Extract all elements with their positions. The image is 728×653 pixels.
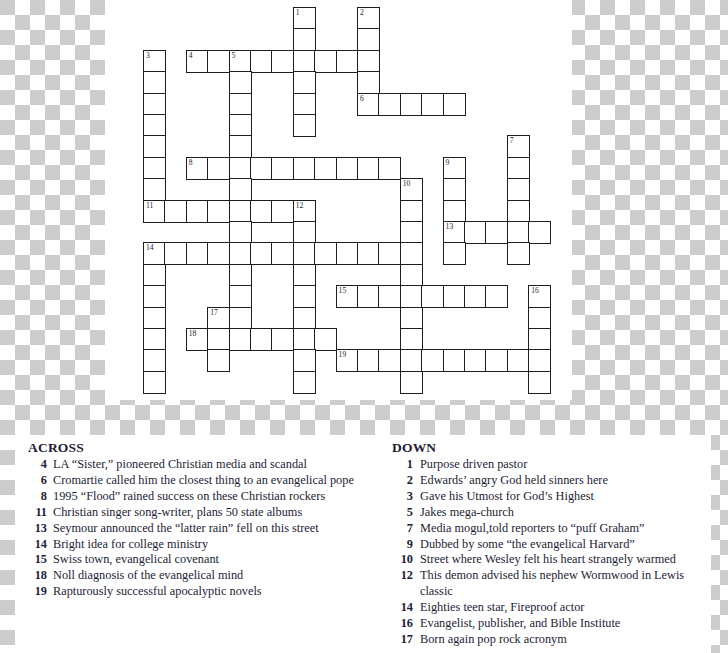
down-clue-2: 2Edwards’ angry God held sinners here [392,473,712,489]
grid-cell-r2c10[interactable] [357,50,380,73]
grid-cell-r6c17[interactable]: 7 [507,135,530,158]
across-clue-text: Christian singer song-writer, plans 50 s… [53,505,360,521]
grid-cell-r16c9[interactable]: 19 [336,349,359,372]
down-clue-number: 16 [392,616,413,632]
grid-cell-r17c7[interactable] [293,371,316,394]
grid-cell-r12c12[interactable] [400,264,423,287]
grid-cell-r11c7[interactable] [293,242,316,265]
across-clue-text: Seymour announced the “latter rain” fell… [53,521,360,537]
clue-number-13: 13 [446,222,454,231]
grid-cell-r7c3[interactable] [207,157,230,180]
grid-cell-r16c15[interactable] [464,349,487,372]
grid-cell-r11c4[interactable] [229,242,252,265]
down-clue-1: 1Purpose driven pastor [392,457,712,473]
grid-cell-r10c14[interactable]: 13 [443,221,466,244]
grid-cell-r15c18[interactable] [528,328,551,351]
down-clue-number: 7 [392,521,413,537]
grid-cell-r9c6[interactable] [271,200,294,223]
grid-cell-r10c16[interactable] [485,221,508,244]
grid-cell-r15c2[interactable]: 18 [186,328,209,351]
grid-cell-r13c18[interactable]: 16 [528,285,551,308]
grid-cell-r16c12[interactable] [400,349,423,372]
clue-number-7: 7 [510,136,514,145]
grid-cell-r16c10[interactable] [357,349,380,372]
grid-cell-r11c1[interactable] [164,242,187,265]
grid-cell-r14c12[interactable] [400,307,423,330]
down-clue-number: 17 [392,632,413,648]
grid-cell-r4c7[interactable] [293,93,316,116]
grid-cell-r7c9[interactable] [336,157,359,180]
clue-number-15: 15 [339,286,347,295]
across-clue-number: 4 [28,457,47,473]
grid-cell-r5c4[interactable] [229,114,252,137]
clue-number-14: 14 [146,243,154,252]
clue-number-6: 6 [360,94,364,103]
grid-cell-r11c2[interactable] [186,242,209,265]
grid-cell-r9c17[interactable] [507,200,530,223]
down-clue-16: 16Evangelist, publisher, and Bible Insti… [392,616,712,632]
grid-cell-r15c0[interactable] [143,328,166,351]
clue-number-3: 3 [146,51,150,60]
clue-number-18: 18 [189,329,197,338]
across-clue-text: LA “Sister,” pioneered Christian media a… [53,457,360,473]
across-clue-number: 6 [28,473,47,489]
across-clue-text: Cromartie called him the closest thing t… [53,473,360,489]
across-clue-18: 18Noll diagnosis of the evangelical mind [28,568,360,584]
grid-cell-r1c7[interactable] [293,28,316,51]
down-clue-text: Eighties teen star, Fireproof actor [420,600,712,616]
grid-cell-r9c7[interactable]: 12 [293,200,316,223]
grid-cell-r7c17[interactable] [507,157,530,180]
down-clue-9: 9Dubbed by some “the evangelical Harvard… [392,537,712,553]
clue-number-10: 10 [403,179,411,188]
grid-cell-r11c17[interactable] [507,242,530,265]
across-clue-number: 18 [28,568,47,584]
grid-cell-r7c0[interactable] [143,157,166,180]
grid-cell-r15c12[interactable] [400,328,423,351]
down-clue-number: 14 [392,600,413,616]
grid-cell-r4c13[interactable] [421,93,444,116]
across-clue-13: 13Seymour announced the “latter rain” fe… [28,521,360,537]
grid-cell-r10c15[interactable] [464,221,487,244]
across-clue-list: 4LA “Sister,” pioneered Christian media … [28,457,360,600]
grid-cell-r13c11[interactable] [378,285,401,308]
grid-cell-r14c18[interactable] [528,307,551,330]
across-clue-number: 19 [28,584,47,600]
down-clue-text: Edwards’ angry God held sinners here [420,473,712,489]
grid-cell-r8c14[interactable] [443,178,466,201]
grid-cell-r10c18[interactable] [528,221,551,244]
grid-cell-r4c14[interactable] [443,93,466,116]
clue-number-4: 4 [189,51,193,60]
down-clues-column: DOWN 1Purpose driven pastor2Edwards’ ang… [392,440,712,648]
clue-number-5: 5 [232,51,236,60]
grid-cell-r13c16[interactable] [485,285,508,308]
grid-cell-r14c4[interactable] [229,307,252,330]
down-clue-14: 14Eighties teen star, Fireproof actor [392,600,712,616]
grid-cell-r11c0[interactable]: 14 [143,242,166,265]
grid-cell-r2c0[interactable]: 3 [143,50,166,73]
grid-cell-r9c2[interactable] [186,200,209,223]
down-clue-12: 12This demon advised his nephew Wormwood… [392,568,712,600]
grid-cell-r11c14[interactable] [443,242,466,265]
down-clue-7: 7Media mogul,told reporters to “puff Gra… [392,521,712,537]
clue-number-19: 19 [339,350,347,359]
down-clue-text: Jakes mega-church [420,505,712,521]
grid-cell-r2c3[interactable] [207,50,230,73]
grid-cell-r4c10[interactable]: 6 [357,93,380,116]
grid-cell-r8c4[interactable] [229,178,252,201]
clue-number-12: 12 [296,201,304,210]
grid-cell-r4c4[interactable] [229,93,252,116]
grid-cell-r2c2[interactable]: 4 [186,50,209,73]
down-header: DOWN [392,440,712,456]
grid-cell-r12c7[interactable] [293,264,316,287]
clue-number-11: 11 [146,201,153,210]
grid-cell-r16c17[interactable] [507,349,530,372]
across-clue-6: 6Cromartie called him the closest thing … [28,473,360,489]
grid-cell-r13c0[interactable] [143,285,166,308]
grid-cell-r14c3[interactable]: 17 [207,307,230,330]
grid-cell-r16c13[interactable] [421,349,444,372]
grid-cell-r9c14[interactable] [443,200,466,223]
grid-cell-r16c16[interactable] [485,349,508,372]
grid-cell-r17c12[interactable] [400,371,423,394]
clue-number-17: 17 [210,308,218,317]
grid-cell-r16c18[interactable] [528,349,551,372]
grid-cell-r2c8[interactable] [314,50,337,73]
grid-cell-r9c1[interactable] [164,200,187,223]
grid-cell-r7c8[interactable] [314,157,337,180]
grid-cell-r2c6[interactable] [271,50,294,73]
across-clue-text: Rapturously successful apocalyptic novel… [53,584,360,600]
grid-cell-r13c10[interactable] [357,285,380,308]
down-clue-number: 9 [392,537,413,553]
crossword-grid: 12345678910111213141516171819 [143,7,550,393]
grid-cell-r16c0[interactable] [143,349,166,372]
grid-cell-r0c10[interactable]: 2 [357,7,380,30]
grid-cell-r13c9[interactable]: 15 [336,285,359,308]
down-clue-number: 1 [392,457,413,473]
across-clue-19: 19Rapturously successful apocalyptic nov… [28,584,360,600]
across-clue-number: 15 [28,552,47,568]
across-clue-number: 8 [28,489,47,505]
grid-cell-r11c9[interactable] [336,242,359,265]
grid-cell-r1c10[interactable] [357,28,380,51]
grid-cell-r0c7[interactable]: 1 [293,7,316,30]
clue-number-8: 8 [189,158,193,167]
grid-cell-r13c7[interactable] [293,285,316,308]
down-clue-17: 17Born again pop rock acronym [392,632,712,648]
across-clue-text: 1995 “Flood” rained success on these Chr… [53,489,360,505]
grid-cell-r3c0[interactable] [143,71,166,94]
grid-cell-r3c4[interactable] [229,71,252,94]
across-clue-text: Noll diagnosis of the evangelical mind [53,568,360,584]
grid-cell-r6c0[interactable] [143,135,166,158]
grid-cell-r5c0[interactable] [143,114,166,137]
down-clue-number: 12 [392,568,413,584]
grid-cell-r10c12[interactable] [400,221,423,244]
grid-cell-r9c4[interactable] [229,200,252,223]
grid-cell-r15c4[interactable] [229,328,252,351]
grid-cell-r11c11[interactable] [378,242,401,265]
grid-cell-r13c15[interactable] [464,285,487,308]
grid-cell-r3c7[interactable] [293,71,316,94]
grid-cell-r7c4[interactable] [229,157,252,180]
grid-cell-r15c6[interactable] [271,328,294,351]
clue-number-9: 9 [446,158,450,167]
across-clues-column: ACROSS 4LA “Sister,” pioneered Christian… [28,440,360,600]
grid-cell-r7c14[interactable]: 9 [443,157,466,180]
grid-cell-r2c4[interactable]: 5 [229,50,252,73]
down-clue-number: 2 [392,473,413,489]
grid-cell-r8c12[interactable]: 10 [400,178,423,201]
grid-cell-r14c7[interactable] [293,307,316,330]
grid-cell-r13c13[interactable] [421,285,444,308]
down-clue-text: Gave his Utmost for God’s Highest [420,489,712,505]
across-clue-4: 4LA “Sister,” pioneered Christian media … [28,457,360,473]
grid-cell-r13c12[interactable] [400,285,423,308]
grid-cell-r7c6[interactable] [271,157,294,180]
down-clue-5: 5Jakes mega-church [392,505,712,521]
grid-cell-r16c14[interactable] [443,349,466,372]
down-clue-text: Street where Wesley felt his heart stran… [420,552,712,568]
grid-cell-r16c11[interactable] [378,349,401,372]
grid-cell-r10c17[interactable] [507,221,530,244]
grid-cell-r8c17[interactable] [507,178,530,201]
clue-number-16: 16 [531,286,539,295]
across-clue-number: 14 [28,537,47,553]
grid-cell-r7c11[interactable] [378,157,401,180]
grid-cell-r7c10[interactable] [357,157,380,180]
grid-cell-r9c0[interactable]: 11 [143,200,166,223]
grid-cell-r4c0[interactable] [143,93,166,116]
grid-cell-r2c7[interactable] [293,50,316,73]
grid-cell-r12c0[interactable] [143,264,166,287]
grid-cell-r2c5[interactable] [250,50,273,73]
grid-cell-r11c10[interactable] [357,242,380,265]
grid-cell-r8c0[interactable] [143,178,166,201]
grid-cell-r6c4[interactable] [229,135,252,158]
grid-cell-r11c3[interactable] [207,242,230,265]
grid-cell-r4c11[interactable] [378,93,401,116]
grid-cell-r16c7[interactable] [293,349,316,372]
down-clue-list: 1Purpose driven pastor2Edwards’ angry Go… [392,457,712,648]
grid-cell-r3c10[interactable] [357,71,380,94]
down-clue-number: 3 [392,489,413,505]
down-clue-10: 10Street where Wesley felt his heart str… [392,552,712,568]
grid-cell-r10c7[interactable] [293,221,316,244]
across-clue-text: Bright idea for college ministry [53,537,360,553]
grid-cell-r5c7[interactable] [293,114,316,137]
grid-cell-r9c12[interactable] [400,200,423,223]
grid-cell-r15c7[interactable] [293,328,316,351]
grid-cell-r9c3[interactable] [207,200,230,223]
down-clue-text: Born again pop rock acronym [420,632,712,648]
grid-cell-r15c8[interactable] [314,328,337,351]
grid-cell-r11c5[interactable] [250,242,273,265]
across-clue-number: 13 [28,521,47,537]
down-clue-text: Purpose driven pastor [420,457,712,473]
across-header: ACROSS [28,440,360,456]
across-clue-15: 15Swiss town, evangelical covenant [28,552,360,568]
grid-cell-r15c5[interactable] [250,328,273,351]
crossword-page: 12345678910111213141516171819 ACROSS 4LA… [0,0,728,653]
grid-cell-r4c12[interactable] [400,93,423,116]
grid-cell-r7c2[interactable]: 8 [186,157,209,180]
down-clue-3: 3Gave his Utmost for God’s Highest [392,489,712,505]
grid-cell-r11c12[interactable] [400,242,423,265]
down-clue-text: Evangelist, publisher, and Bible Institu… [420,616,712,632]
across-clue-text: Swiss town, evangelical covenant [53,552,360,568]
down-clue-text: Media mogul,told reporters to “puff Grah… [420,521,712,537]
clue-number-1: 1 [296,8,300,17]
down-clue-text: This demon advised his nephew Wormwood i… [420,568,712,600]
across-clue-number: 11 [28,505,47,521]
down-clue-number: 10 [392,552,413,568]
grid-cell-r15c3[interactable] [207,328,230,351]
grid-cell-r11c8[interactable] [314,242,337,265]
down-clue-text: Dubbed by some “the evangelical Harvard” [420,537,712,553]
grid-cell-r7c7[interactable] [293,157,316,180]
grid-cell-r12c4[interactable] [229,264,252,287]
down-clue-number: 5 [392,505,413,521]
grid-cell-r11c6[interactable] [271,242,294,265]
across-clue-11: 11Christian singer song-writer, plans 50… [28,505,360,521]
grid-cell-r10c4[interactable] [229,221,252,244]
grid-cell-r13c14[interactable] [443,285,466,308]
grid-cell-r7c5[interactable] [250,157,273,180]
across-clue-8: 81995 “Flood” rained success on these Ch… [28,489,360,505]
grid-cell-r13c4[interactable] [229,285,252,308]
grid-cell-r14c0[interactable] [143,307,166,330]
grid-cell-r2c9[interactable] [336,50,359,73]
grid-cell-r9c5[interactable] [250,200,273,223]
grid-cell-r17c18[interactable] [528,371,551,394]
across-clue-14: 14Bright idea for college ministry [28,537,360,553]
grid-cell-r16c3[interactable] [207,349,230,372]
clue-number-2: 2 [360,8,364,17]
grid-cell-r17c0[interactable] [143,371,166,394]
